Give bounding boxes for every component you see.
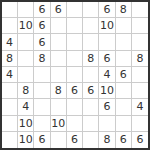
cell-r6c9[interactable] <box>132 83 148 99</box>
cell-r2c5[interactable] <box>67 18 83 34</box>
cell-r7c6[interactable] <box>83 99 99 115</box>
cell-r9c4[interactable] <box>51 132 67 148</box>
cell-r1c8: 8 <box>116 2 132 18</box>
cell-r8c8[interactable] <box>116 116 132 132</box>
cell-r8c9[interactable] <box>132 116 148 132</box>
cell-r9c6[interactable] <box>83 132 99 148</box>
cell-r7c3[interactable] <box>34 99 50 115</box>
cell-r9c2: 10 <box>18 132 34 148</box>
cell-r5c5[interactable] <box>67 67 83 83</box>
cell-r3c5[interactable] <box>67 34 83 50</box>
cell-r9c3: 6 <box>34 132 50 148</box>
cell-r5c6[interactable] <box>83 67 99 83</box>
cell-r4c3: 8 <box>34 51 50 67</box>
cell-r7c9: 4 <box>132 99 148 115</box>
cell-r9c7: 8 <box>99 132 115 148</box>
cell-r6c7: 10 <box>99 83 115 99</box>
cell-r2c2: 10 <box>18 18 34 34</box>
cell-r8c2: 10 <box>18 116 34 132</box>
cell-r4c4[interactable] <box>51 51 67 67</box>
cell-r8c4: 10 <box>51 116 67 132</box>
cell-r5c9[interactable] <box>132 67 148 83</box>
cell-r4c8[interactable] <box>116 51 132 67</box>
cell-r8c1[interactable] <box>2 116 18 132</box>
cell-r3c3: 6 <box>34 34 50 50</box>
cell-r9c9: 6 <box>132 132 148 148</box>
cell-r6c2: 8 <box>18 83 34 99</box>
cell-r1c5[interactable] <box>67 2 83 18</box>
cell-r7c4[interactable] <box>51 99 67 115</box>
cell-r9c1[interactable] <box>2 132 18 148</box>
cell-r3c4[interactable] <box>51 34 67 50</box>
cell-r5c3[interactable] <box>34 67 50 83</box>
puzzle-board: 666810610468886844688661046410101066866 <box>0 0 150 150</box>
cell-r7c8[interactable] <box>116 99 132 115</box>
cell-r3c8[interactable] <box>116 34 132 50</box>
cell-r4c7: 6 <box>99 51 115 67</box>
cell-r2c4[interactable] <box>51 18 67 34</box>
cell-r3c7[interactable] <box>99 34 115 50</box>
cell-r7c2: 4 <box>18 99 34 115</box>
cell-r3c6[interactable] <box>83 34 99 50</box>
cell-r8c7[interactable] <box>99 116 115 132</box>
cell-r7c1[interactable] <box>2 99 18 115</box>
cell-r5c8: 6 <box>116 67 132 83</box>
cell-r1c1[interactable] <box>2 2 18 18</box>
cell-r1c7: 6 <box>99 2 115 18</box>
cell-r2c1[interactable] <box>2 18 18 34</box>
cell-r3c2[interactable] <box>18 34 34 50</box>
cell-r1c3: 6 <box>34 2 50 18</box>
cell-r6c1[interactable] <box>2 83 18 99</box>
cell-r8c5[interactable] <box>67 116 83 132</box>
cell-r2c3: 6 <box>34 18 50 34</box>
cell-r3c1: 4 <box>2 34 18 50</box>
cell-r6c6: 6 <box>83 83 99 99</box>
cell-r2c9[interactable] <box>132 18 148 34</box>
cell-r7c5[interactable] <box>67 99 83 115</box>
cell-r5c2[interactable] <box>18 67 34 83</box>
cell-r9c8: 6 <box>116 132 132 148</box>
cell-r5c7: 4 <box>99 67 115 83</box>
cell-r2c6[interactable] <box>83 18 99 34</box>
cell-r1c6[interactable] <box>83 2 99 18</box>
cell-r8c3[interactable] <box>34 116 50 132</box>
cell-r1c4: 6 <box>51 2 67 18</box>
cell-r5c4[interactable] <box>51 67 67 83</box>
cell-r6c4: 8 <box>51 83 67 99</box>
cell-r6c8[interactable] <box>116 83 132 99</box>
cell-r1c9[interactable] <box>132 2 148 18</box>
cell-r1c2[interactable] <box>18 2 34 18</box>
cell-r8c6[interactable] <box>83 116 99 132</box>
cell-r9c5: 6 <box>67 132 83 148</box>
cell-r4c1: 8 <box>2 51 18 67</box>
cell-r4c2[interactable] <box>18 51 34 67</box>
cell-r6c5: 6 <box>67 83 83 99</box>
cell-r7c7: 6 <box>99 99 115 115</box>
cell-r2c7: 10 <box>99 18 115 34</box>
cell-r3c9[interactable] <box>132 34 148 50</box>
cell-r4c5[interactable] <box>67 51 83 67</box>
cell-r2c8[interactable] <box>116 18 132 34</box>
cell-r6c3[interactable] <box>34 83 50 99</box>
cell-r4c9: 8 <box>132 51 148 67</box>
cell-r5c1: 4 <box>2 67 18 83</box>
cell-r4c6: 8 <box>83 51 99 67</box>
